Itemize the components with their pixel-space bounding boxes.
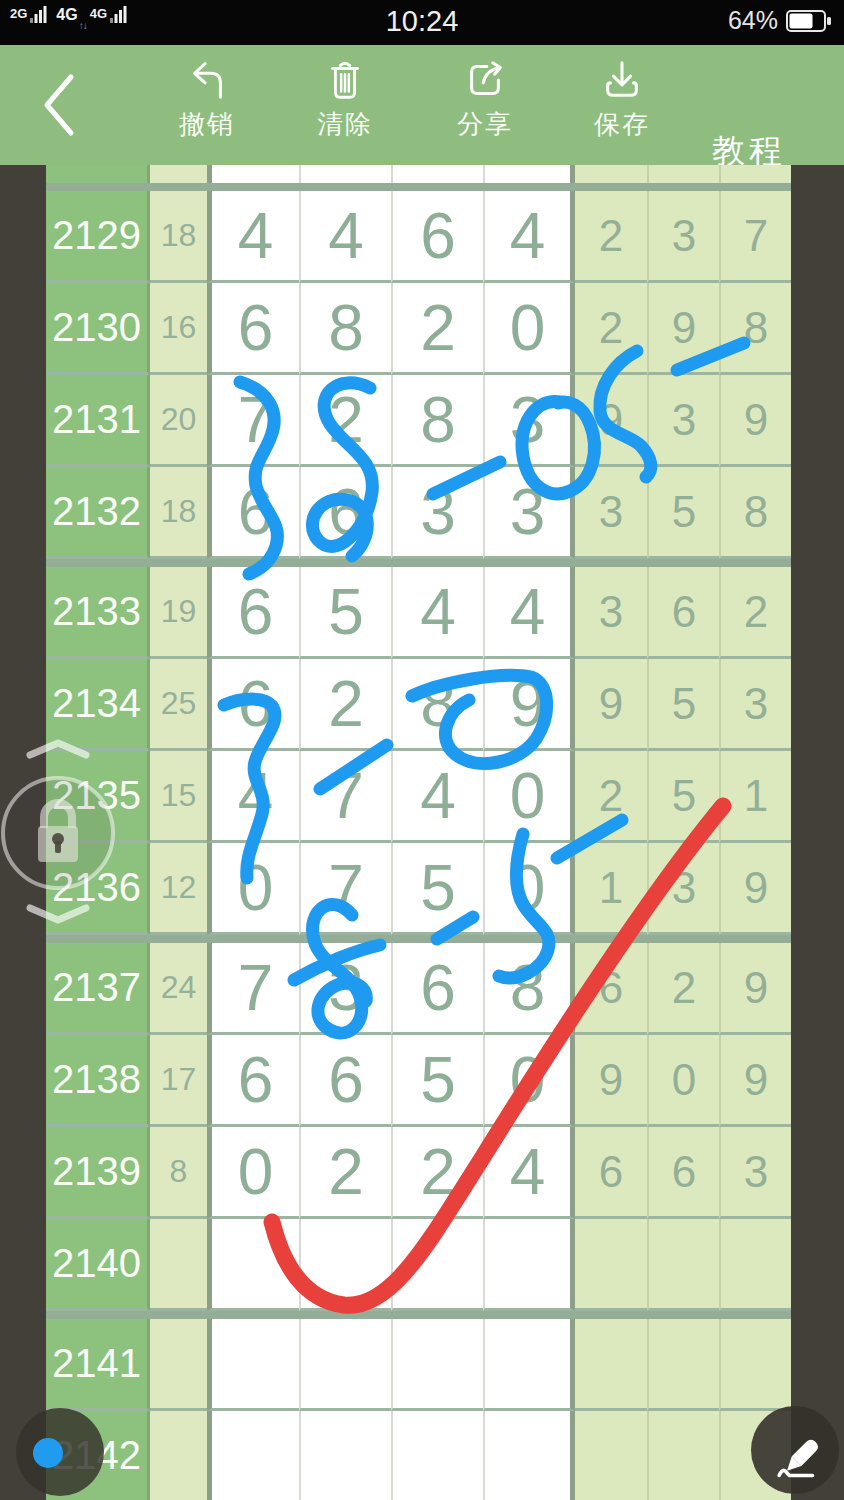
tail-digit-cell[interactable]: 5 [647,467,719,559]
digit-cell[interactable]: 8 [483,943,575,1035]
pen-icon [760,1415,830,1485]
undo-label: 撤销 [179,107,235,142]
digit-cell[interactable] [483,1411,575,1500]
period-cell[interactable]: 2141 [46,1319,150,1411]
tail-digit-cell[interactable]: 5 [647,751,719,843]
tail-digit-cell[interactable]: 9 [647,283,719,375]
tail-digit-cell[interactable]: 2 [575,283,647,375]
digit-cell[interactable]: 8 [299,283,391,375]
digit-cell[interactable]: 2 [391,283,483,375]
digit-cell[interactable]: 0 [207,843,299,935]
digit-cell[interactable]: 5 [391,843,483,935]
sum-cell[interactable] [150,1411,207,1500]
period-row-2131: 2131207283939 [46,375,791,467]
period-row-2138: 2138176650909 [46,1035,791,1127]
tail-digit-cell[interactable] [647,1411,719,1500]
digit-cell[interactable] [483,165,575,183]
sum-cell[interactable] [150,1219,207,1311]
pen-tool-button[interactable] [751,1406,839,1494]
digit-cell[interactable]: 0 [483,751,575,843]
tail-digit-cell[interactable]: 7 [719,191,791,283]
tail-digit-cell[interactable]: 2 [719,567,791,659]
trash-icon [322,57,368,103]
trend-chart-grid[interactable]: 2129184464237213016682029821312072839392… [46,165,791,1500]
digit-cell[interactable] [483,1319,575,1411]
digit-cell[interactable]: 6 [207,659,299,751]
scroll-up-chevron-icon[interactable] [30,743,86,755]
tail-digit-cell[interactable]: 3 [575,467,647,559]
tail-digit-cell[interactable] [719,1219,791,1311]
digit-cell[interactable] [299,1219,391,1311]
tail-digit-cell[interactable]: 2 [575,751,647,843]
digit-cell[interactable] [391,165,483,183]
undo-button[interactable]: 撤销 [157,57,257,142]
sum-cell[interactable]: 16 [150,283,207,375]
digit-cell[interactable] [207,1219,299,1311]
period-cell[interactable] [46,165,150,183]
digit-cell[interactable]: 0 [207,1127,299,1219]
tail-digit-cell[interactable]: 2 [575,191,647,283]
period-row-2132: 2132186633358 [46,467,791,559]
digit-cell[interactable]: 0 [483,843,575,935]
tail-digit-cell[interactable]: 6 [575,1127,647,1219]
tail-digit-cell[interactable]: 6 [647,567,719,659]
tail-digit-cell[interactable]: 5 [647,659,719,751]
tail-digit-cell[interactable] [575,1411,647,1500]
tail-digit-cell[interactable]: 1 [719,751,791,843]
period-cell[interactable]: 2133 [46,567,150,659]
digit-cell[interactable]: 0 [483,1035,575,1127]
digit-cell[interactable] [391,1319,483,1411]
scroll-down-chevron-icon[interactable] [30,908,86,920]
digit-cell[interactable]: 4 [299,191,391,283]
digit-cell[interactable]: 2 [299,659,391,751]
tail-digit-cell[interactable]: 8 [719,283,791,375]
period-row [46,165,791,183]
tail-digit-cell[interactable]: 3 [647,375,719,467]
digit-cell[interactable]: 3 [299,943,391,1035]
tail-digit-cell[interactable]: 9 [575,659,647,751]
digit-cell[interactable]: 6 [299,467,391,559]
digit-cell[interactable]: 2 [391,1127,483,1219]
digit-cell[interactable]: 6 [391,943,483,1035]
sum-cell[interactable]: 19 [150,567,207,659]
blue-dot-indicator[interactable] [33,1438,63,1468]
digit-cell[interactable] [299,1411,391,1500]
digit-cell[interactable]: 4 [391,751,483,843]
period-row-2133: 2133196544362 [46,567,791,659]
digit-cell[interactable]: 3 [483,467,575,559]
sum-cell[interactable]: 18 [150,191,207,283]
digit-cell[interactable] [299,1319,391,1411]
tail-digit-cell[interactable]: 9 [575,1035,647,1127]
digit-cell[interactable]: 0 [483,283,575,375]
sum-cell[interactable]: 24 [150,943,207,1035]
digit-cell[interactable] [207,1319,299,1411]
digit-cell[interactable] [207,1411,299,1500]
tail-digit-cell[interactable] [575,1319,647,1411]
digit-cell[interactable]: 9 [483,659,575,751]
status-bar: 2G 4G ↑↓ 4G 10:24 64% [0,0,844,45]
period-row-2129: 2129184464237 [46,191,791,283]
tail-digit-cell[interactable] [647,165,719,183]
digit-cell[interactable]: 8 [391,659,483,751]
digit-cell[interactable]: 4 [483,191,575,283]
tail-digit-cell[interactable]: 0 [647,1035,719,1127]
period-row-2137: 2137247368629 [46,943,791,1035]
scroll-lock-widget[interactable] [0,738,120,930]
group-separator [46,935,791,943]
sum-cell[interactable]: 18 [150,467,207,559]
share-icon [462,57,508,103]
share-label: 分享 [457,107,513,142]
tail-digit-cell[interactable]: 9 [719,1035,791,1127]
period-cell[interactable]: 2129 [46,191,150,283]
tail-digit-cell[interactable]: 3 [719,1127,791,1219]
group-separator [46,559,791,567]
digit-cell[interactable]: 3 [483,375,575,467]
sum-cell[interactable]: 20 [150,375,207,467]
tail-digit-cell[interactable]: 3 [575,567,647,659]
digit-cell[interactable]: 6 [207,283,299,375]
period-cell[interactable]: 2140 [46,1219,150,1311]
tail-digit-cell[interactable]: 9 [719,375,791,467]
tail-digit-cell[interactable]: 9 [719,943,791,1035]
share-button[interactable]: 分享 [435,57,535,142]
clear-label: 清除 [317,107,373,142]
digit-cell[interactable]: 8 [391,375,483,467]
period-cell[interactable]: 2130 [46,283,150,375]
tail-digit-cell[interactable]: 6 [575,943,647,1035]
period-row-2139: 213980224663 [46,1127,791,1219]
digit-cell[interactable]: 7 [299,843,391,935]
save-label: 保存 [594,107,650,142]
digit-cell[interactable]: 6 [299,1035,391,1127]
digit-cell[interactable]: 7 [207,375,299,467]
tail-digit-cell[interactable] [575,165,647,183]
sum-cell[interactable]: 12 [150,843,207,935]
digit-cell[interactable]: 3 [391,467,483,559]
period-cell[interactable]: 2139 [46,1127,150,1219]
digit-cell[interactable]: 7 [207,943,299,1035]
digit-cell[interactable]: 4 [391,567,483,659]
tail-digit-cell[interactable] [719,1319,791,1411]
digit-cell[interactable]: 4 [207,751,299,843]
toolbar: 撤销 清除 分享 保存 教程 [0,45,844,165]
sum-cell[interactable] [150,1319,207,1411]
group-separator [46,183,791,191]
digit-cell[interactable]: 6 [391,191,483,283]
period-row-2141: 2141 [46,1319,791,1411]
digit-cell[interactable]: 5 [299,567,391,659]
sum-cell[interactable]: 25 [150,659,207,751]
tail-digit-cell[interactable]: 9 [719,843,791,935]
tail-digit-cell[interactable]: 9 [575,375,647,467]
period-row-2136: 2136120750139 [46,843,791,935]
digit-cell[interactable] [391,1411,483,1500]
digit-cell[interactable]: 5 [391,1035,483,1127]
period-row-2142: 2142 [46,1411,791,1500]
digit-cell[interactable] [483,1219,575,1311]
digit-cell[interactable]: 6 [207,467,299,559]
tail-digit-cell[interactable] [647,1219,719,1311]
undo-icon [184,57,230,103]
tail-digit-cell[interactable]: 1 [575,843,647,935]
back-button[interactable] [42,73,76,137]
period-cell[interactable]: 2131 [46,375,150,467]
tail-digit-cell[interactable]: 3 [647,843,719,935]
sum-cell[interactable] [150,165,207,183]
tail-digit-cell[interactable]: 3 [719,659,791,751]
digit-cell[interactable] [207,165,299,183]
digit-cell[interactable]: 4 [207,191,299,283]
tail-digit-cell[interactable]: 8 [719,467,791,559]
save-button[interactable]: 保存 [572,57,672,142]
digit-cell[interactable]: 6 [207,567,299,659]
battery-icon [786,9,832,33]
digit-cell[interactable]: 4 [483,1127,575,1219]
clock: 10:24 [0,5,844,38]
tail-digit-cell[interactable] [719,165,791,183]
tail-digit-cell[interactable] [647,1319,719,1411]
sum-cell[interactable]: 8 [150,1127,207,1219]
digit-cell[interactable]: 4 [483,567,575,659]
sum-cell[interactable]: 15 [150,751,207,843]
period-row-2140: 2140 [46,1219,791,1311]
tail-digit-cell[interactable]: 2 [647,943,719,1035]
digit-cell[interactable]: 2 [299,375,391,467]
period-row-2130: 2130166820298 [46,283,791,375]
digit-cell[interactable]: 7 [299,751,391,843]
period-cell[interactable]: 2132 [46,467,150,559]
tail-digit-cell[interactable] [575,1219,647,1311]
tail-digit-cell[interactable]: 6 [647,1127,719,1219]
digit-cell[interactable]: 6 [207,1035,299,1127]
period-cell[interactable]: 2138 [46,1035,150,1127]
period-row-2135: 2135154740251 [46,751,791,843]
clear-button[interactable]: 清除 [295,57,395,142]
period-cell[interactable]: 2137 [46,943,150,1035]
battery-percent: 64% [728,6,778,35]
digit-cell[interactable] [391,1219,483,1311]
period-row-2134: 2134256289953 [46,659,791,751]
tail-digit-cell[interactable]: 3 [647,191,719,283]
digit-cell[interactable]: 2 [299,1127,391,1219]
group-separator [46,1311,791,1319]
save-icon [599,57,645,103]
digit-cell[interactable] [299,165,391,183]
sum-cell[interactable]: 17 [150,1035,207,1127]
